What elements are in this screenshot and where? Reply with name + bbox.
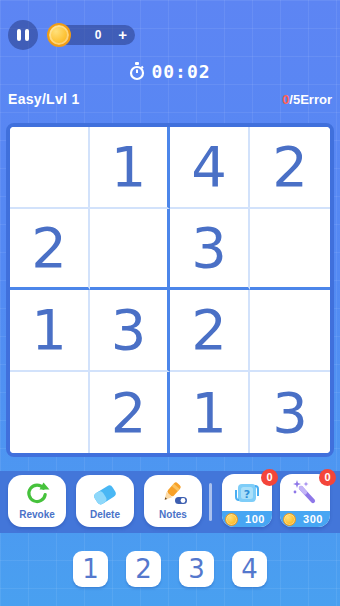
- pencil-icon: [158, 479, 188, 509]
- notes-button[interactable]: Notes: [144, 475, 202, 527]
- numpad: 1234: [0, 551, 340, 587]
- board-cell-r2c4[interactable]: [250, 209, 330, 291]
- error-counter: 0/5Error: [282, 92, 332, 107]
- hint-cost: 100: [238, 513, 272, 525]
- svg-text:?: ?: [244, 488, 250, 501]
- board-cell-r2c3[interactable]: 3: [170, 209, 250, 291]
- board-cell-r4c3[interactable]: 1: [170, 372, 250, 454]
- hint-button[interactable]: ? 0 100: [222, 474, 272, 527]
- board-cell-r1c2[interactable]: 1: [90, 127, 170, 209]
- pause-button[interactable]: [8, 20, 38, 50]
- revoke-button[interactable]: Revoke: [8, 475, 66, 527]
- stopwatch-icon: [129, 62, 145, 81]
- coin-counter: 0 +: [50, 25, 135, 45]
- notes-label: Notes: [159, 509, 187, 521]
- timer: 00:02: [0, 61, 340, 82]
- coin-value: 0: [90, 25, 106, 45]
- board-cell-r3c1[interactable]: 1: [10, 290, 90, 372]
- numpad-key-4[interactable]: 4: [232, 551, 267, 587]
- undo-icon: [24, 479, 50, 509]
- revoke-label: Revoke: [19, 509, 55, 521]
- board-cell-r1c4[interactable]: 2: [250, 127, 330, 209]
- board-cell-r3c3[interactable]: 2: [170, 290, 250, 372]
- coin-icon: [225, 513, 238, 526]
- wand-cost-strip: 300: [280, 511, 330, 527]
- board-cell-r4c4[interactable]: 3: [250, 372, 330, 454]
- sudoku-app: 0 + 00:02 Easy/Lvl 1 0/5Error 1422313221…: [0, 0, 340, 606]
- coin-icon: [283, 513, 296, 526]
- delete-button[interactable]: Delete: [76, 475, 134, 527]
- numpad-key-2[interactable]: 2: [126, 551, 161, 587]
- wand-button[interactable]: 0 300: [280, 474, 330, 527]
- wand-badge: 0: [319, 469, 336, 486]
- board-cell-r1c1[interactable]: [10, 127, 90, 209]
- hint-badge: 0: [261, 469, 278, 486]
- sudoku-board: 14223132213: [6, 123, 334, 457]
- wand-cost: 300: [296, 513, 330, 525]
- delete-label: Delete: [90, 509, 120, 521]
- pause-icon: [17, 29, 21, 41]
- board-cell-r4c1[interactable]: [10, 372, 90, 454]
- toolbar-divider: [209, 483, 212, 521]
- numpad-key-1[interactable]: 1: [73, 551, 108, 587]
- board-cell-r2c1[interactable]: 2: [10, 209, 90, 291]
- level-label: Easy/Lvl 1: [8, 91, 80, 107]
- timer-text: 00:02: [151, 61, 210, 82]
- eraser-icon: [91, 479, 119, 509]
- board-cell-r3c4[interactable]: [250, 290, 330, 372]
- numpad-key-3[interactable]: 3: [179, 551, 214, 587]
- hint-cost-strip: 100: [222, 511, 272, 527]
- board-cell-r2c2[interactable]: [90, 209, 170, 291]
- coin-icon: [47, 23, 71, 47]
- board-cell-r3c2[interactable]: 3: [90, 290, 170, 372]
- board-cell-r1c3[interactable]: 4: [170, 127, 250, 209]
- toolbar: Revoke Delete: [0, 471, 340, 533]
- error-total: /5: [289, 92, 300, 107]
- error-label: Error: [300, 92, 332, 107]
- info-row: Easy/Lvl 1 0/5Error: [8, 91, 332, 107]
- add-coins-button[interactable]: +: [118, 25, 127, 45]
- board-cell-r4c2[interactable]: 2: [90, 372, 170, 454]
